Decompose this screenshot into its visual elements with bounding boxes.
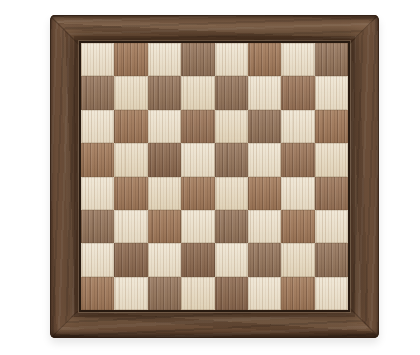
square-d4[interactable] (181, 177, 214, 210)
square-h2[interactable] (315, 243, 348, 276)
chess-board-frame (50, 15, 379, 338)
square-e2[interactable] (215, 243, 248, 276)
square-b4[interactable] (114, 177, 147, 210)
square-g1[interactable] (281, 277, 314, 310)
square-c7[interactable] (148, 76, 181, 109)
page-background (0, 0, 420, 355)
square-e3[interactable] (215, 210, 248, 243)
square-f7[interactable] (248, 76, 281, 109)
square-h8[interactable] (315, 43, 348, 76)
square-a1[interactable] (81, 277, 114, 310)
square-a8[interactable] (81, 43, 114, 76)
square-g5[interactable] (281, 143, 314, 176)
square-d1[interactable] (181, 277, 214, 310)
square-f3[interactable] (248, 210, 281, 243)
square-e5[interactable] (215, 143, 248, 176)
square-g8[interactable] (281, 43, 314, 76)
square-b6[interactable] (114, 110, 147, 143)
square-b2[interactable] (114, 243, 147, 276)
square-g4[interactable] (281, 177, 314, 210)
square-c3[interactable] (148, 210, 181, 243)
square-e8[interactable] (215, 43, 248, 76)
square-f2[interactable] (248, 243, 281, 276)
square-g2[interactable] (281, 243, 314, 276)
square-h7[interactable] (315, 76, 348, 109)
square-h6[interactable] (315, 110, 348, 143)
square-h5[interactable] (315, 143, 348, 176)
square-e4[interactable] (215, 177, 248, 210)
square-c2[interactable] (148, 243, 181, 276)
square-d6[interactable] (181, 110, 214, 143)
square-e7[interactable] (215, 76, 248, 109)
square-f8[interactable] (248, 43, 281, 76)
square-c8[interactable] (148, 43, 181, 76)
square-e1[interactable] (215, 277, 248, 310)
square-f1[interactable] (248, 277, 281, 310)
square-b5[interactable] (114, 143, 147, 176)
square-a6[interactable] (81, 110, 114, 143)
square-a5[interactable] (81, 143, 114, 176)
square-c4[interactable] (148, 177, 181, 210)
square-h4[interactable] (315, 177, 348, 210)
square-d5[interactable] (181, 143, 214, 176)
square-c6[interactable] (148, 110, 181, 143)
square-b7[interactable] (114, 76, 147, 109)
square-e6[interactable] (215, 110, 248, 143)
square-b1[interactable] (114, 277, 147, 310)
square-g7[interactable] (281, 76, 314, 109)
square-c1[interactable] (148, 277, 181, 310)
frame-rail-bottom (50, 308, 379, 338)
square-f4[interactable] (248, 177, 281, 210)
square-a4[interactable] (81, 177, 114, 210)
square-h3[interactable] (315, 210, 348, 243)
square-h1[interactable] (315, 277, 348, 310)
square-c5[interactable] (148, 143, 181, 176)
square-b8[interactable] (114, 43, 147, 76)
square-b3[interactable] (114, 210, 147, 243)
square-d8[interactable] (181, 43, 214, 76)
square-f6[interactable] (248, 110, 281, 143)
square-g6[interactable] (281, 110, 314, 143)
square-d7[interactable] (181, 76, 214, 109)
square-f5[interactable] (248, 143, 281, 176)
chess-board (79, 41, 350, 312)
square-a2[interactable] (81, 243, 114, 276)
square-a7[interactable] (81, 76, 114, 109)
square-d2[interactable] (181, 243, 214, 276)
square-a3[interactable] (81, 210, 114, 243)
square-g3[interactable] (281, 210, 314, 243)
square-d3[interactable] (181, 210, 214, 243)
